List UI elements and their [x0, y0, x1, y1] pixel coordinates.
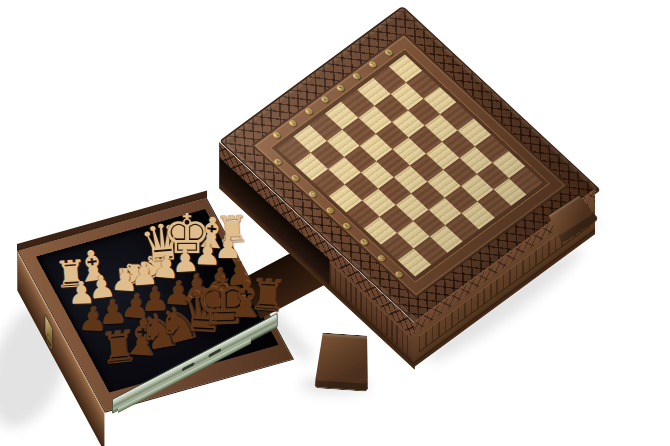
chess-piece[interactable]: ♜: [246, 273, 287, 319]
drawer-latch[interactable]: [45, 313, 53, 349]
box-foot: [314, 332, 372, 392]
chess-box-photo: ♜♝♞♞♛♚♝♜♟♟♟♟♟♟♟♟♟♟♟♟♟♟♟♟♜♝♞♞♛♚♝♜ 1A2B3C4…: [0, 0, 670, 446]
